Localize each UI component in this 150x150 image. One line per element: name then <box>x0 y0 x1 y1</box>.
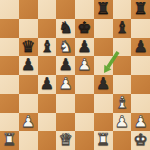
square-c2[interactable] <box>38 113 57 132</box>
square-g6[interactable] <box>113 38 132 57</box>
square-a7[interactable] <box>0 19 19 38</box>
black-king-e7: ♚ <box>77 19 91 38</box>
square-b8[interactable] <box>19 0 38 19</box>
square-d8[interactable] <box>56 0 75 19</box>
square-f2[interactable] <box>94 113 113 132</box>
white-pawn-g2: ♟ <box>115 113 129 132</box>
square-h7[interactable] <box>131 19 150 38</box>
square-e7[interactable]: ♚ <box>75 19 94 38</box>
square-g1[interactable] <box>113 131 132 150</box>
square-c7[interactable] <box>38 19 57 38</box>
square-f5[interactable] <box>94 56 113 75</box>
black-pawn-c4: ♟ <box>40 75 54 94</box>
square-b7[interactable] <box>19 19 38 38</box>
white-pawn-d4: ♟ <box>58 75 72 94</box>
square-h6[interactable]: ♟ <box>131 38 150 57</box>
white-king-h1: ♚ <box>133 131 147 150</box>
square-f1[interactable]: ♜ <box>94 131 113 150</box>
square-h1[interactable]: ♚ <box>131 131 150 150</box>
white-rook-a1: ♜ <box>2 131 16 150</box>
square-c1[interactable] <box>38 131 57 150</box>
square-a8[interactable] <box>0 0 19 19</box>
square-a1[interactable]: ♜ <box>0 131 19 150</box>
square-d5[interactable]: ♟ <box>56 56 75 75</box>
square-f7[interactable] <box>94 19 113 38</box>
square-f4[interactable]: ♟ <box>94 75 113 94</box>
black-pawn-h6: ♟ <box>133 38 147 57</box>
square-g5[interactable] <box>113 56 132 75</box>
square-c6[interactable]: ♝ <box>38 38 57 57</box>
square-b4[interactable] <box>19 75 38 94</box>
square-g4[interactable] <box>113 75 132 94</box>
square-a6[interactable] <box>0 38 19 57</box>
square-a4[interactable] <box>0 75 19 94</box>
square-g8[interactable] <box>113 0 132 19</box>
square-e1[interactable] <box>75 131 94 150</box>
square-e2[interactable] <box>75 113 94 132</box>
square-b6[interactable]: ♛ <box>19 38 38 57</box>
square-d4[interactable]: ♟ <box>56 75 75 94</box>
white-rook-f1: ♜ <box>96 131 110 150</box>
black-knight-d7: ♞ <box>58 19 72 38</box>
square-f3[interactable] <box>94 94 113 113</box>
white-pawn-h2: ♟ <box>133 113 147 132</box>
square-c4[interactable]: ♟ <box>38 75 57 94</box>
square-h4[interactable] <box>131 75 150 94</box>
chess-board: ♜♜♞♚♝♛♝♞♟♟♟♟♟♟♟♟♝♟♟♟♜♛♜♚ <box>0 0 150 150</box>
square-e5[interactable]: ♟ <box>75 56 94 75</box>
square-h5[interactable] <box>131 56 150 75</box>
square-a5[interactable] <box>0 56 19 75</box>
board-grid: ♜♜♞♚♝♛♝♞♟♟♟♟♟♟♟♟♝♟♟♟♜♛♜♚ <box>0 0 150 150</box>
black-bishop-g7: ♝ <box>115 19 129 38</box>
square-d7[interactable]: ♞ <box>56 19 75 38</box>
square-c5[interactable] <box>38 56 57 75</box>
square-b2[interactable]: ♟ <box>19 113 38 132</box>
square-f6[interactable] <box>94 38 113 57</box>
square-e6[interactable]: ♟ <box>75 38 94 57</box>
black-queen-b6: ♛ <box>21 38 35 57</box>
square-e4[interactable] <box>75 75 94 94</box>
square-c8[interactable] <box>38 0 57 19</box>
white-queen-d1: ♛ <box>58 131 72 150</box>
black-rook-f8: ♜ <box>96 0 110 19</box>
black-pawn-f4: ♟ <box>96 75 110 94</box>
square-g3[interactable]: ♝ <box>113 94 132 113</box>
square-h3[interactable] <box>131 94 150 113</box>
black-rook-h8: ♜ <box>133 0 147 19</box>
square-c3[interactable] <box>38 94 57 113</box>
black-pawn-e6: ♟ <box>77 38 91 57</box>
square-d3[interactable] <box>56 94 75 113</box>
square-a2[interactable] <box>0 113 19 132</box>
square-d6[interactable]: ♞ <box>56 38 75 57</box>
square-b5[interactable]: ♟ <box>19 56 38 75</box>
square-d1[interactable]: ♛ <box>56 131 75 150</box>
black-bishop-c6: ♝ <box>40 38 54 57</box>
square-h8[interactable]: ♜ <box>131 0 150 19</box>
black-pawn-d5: ♟ <box>58 56 72 75</box>
white-pawn-e5: ♟ <box>77 56 91 75</box>
square-a3[interactable] <box>0 94 19 113</box>
square-b3[interactable] <box>19 94 38 113</box>
square-g7[interactable]: ♝ <box>113 19 132 38</box>
square-f8[interactable]: ♜ <box>94 0 113 19</box>
square-h2[interactable]: ♟ <box>131 113 150 132</box>
square-b1[interactable] <box>19 131 38 150</box>
square-d2[interactable] <box>56 113 75 132</box>
white-knight-d6: ♞ <box>58 38 72 57</box>
square-e8[interactable] <box>75 0 94 19</box>
black-pawn-b5: ♟ <box>21 56 35 75</box>
white-bishop-g3: ♝ <box>115 94 129 113</box>
white-pawn-b2: ♟ <box>21 113 35 132</box>
square-g2[interactable]: ♟ <box>113 113 132 132</box>
square-e3[interactable] <box>75 94 94 113</box>
